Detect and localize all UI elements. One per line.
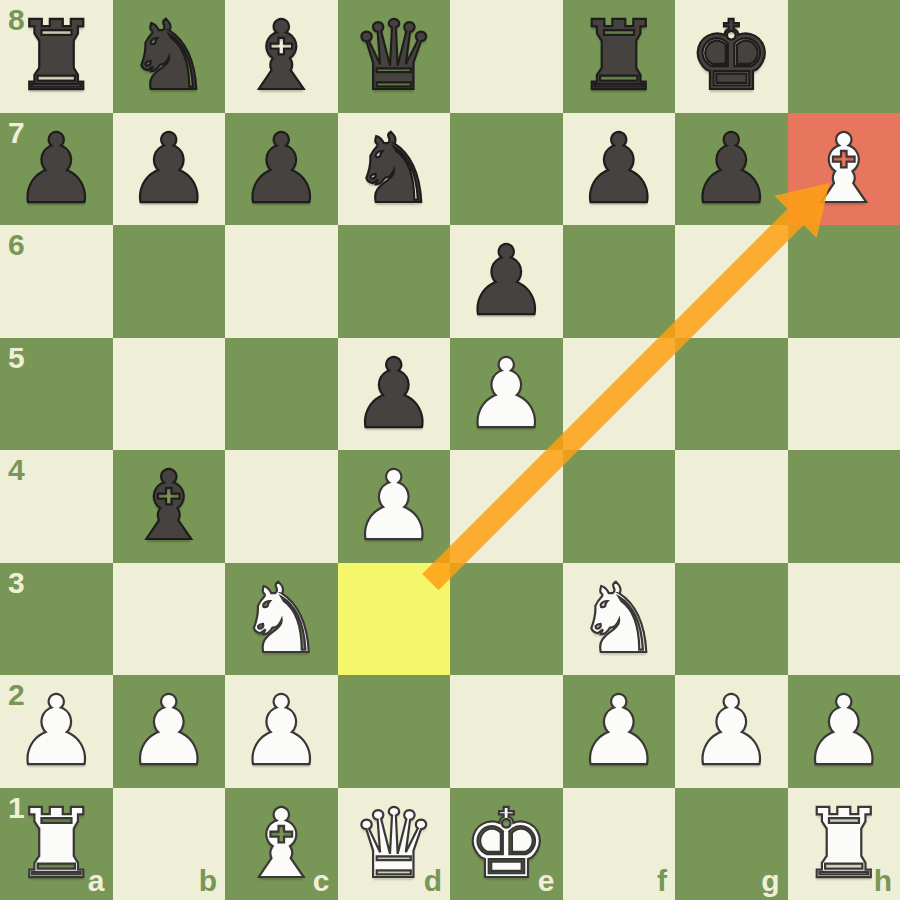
piece-black-king-g8[interactable]: ♚ [688,8,774,104]
square-e1[interactable]: e♚ [450,788,563,900]
square-f8[interactable]: ♜ [563,0,676,113]
square-c5[interactable] [225,338,338,451]
square-d2[interactable] [338,675,451,788]
square-c1[interactable]: c♝ [225,788,338,900]
square-c8[interactable]: ♝ [225,0,338,113]
file-label-a: a [88,864,105,898]
file-label-g: g [761,864,779,898]
square-f1[interactable]: f [563,788,676,900]
piece-black-queen-d8[interactable]: ♛ [351,8,437,104]
square-h7[interactable]: ♝ [788,113,900,226]
square-a1[interactable]: 1a♜ [0,788,113,900]
square-a7[interactable]: 7♟ [0,113,113,226]
square-e5[interactable]: ♟ [450,338,563,451]
piece-black-pawn-b7[interactable]: ♟ [126,121,212,217]
rank-label-3: 3 [8,566,25,600]
piece-white-pawn-a2[interactable]: ♟ [13,683,99,779]
square-a5[interactable]: 5 [0,338,113,451]
chess-board-wrap: 8♜♞♝♛♜♚7♟♟♟♞♟♟♝6♟5♟♟4♝♟3♞♞2♟♟♟♟♟♟1a♜bc♝d… [0,0,900,900]
piece-white-pawn-d4[interactable]: ♟ [351,458,437,554]
piece-white-pawn-h2[interactable]: ♟ [801,683,887,779]
square-h2[interactable]: ♟ [788,675,900,788]
square-d6[interactable] [338,225,451,338]
square-f7[interactable]: ♟ [563,113,676,226]
rank-label-4: 4 [8,453,25,487]
square-e3[interactable] [450,563,563,676]
square-h8[interactable] [788,0,900,113]
square-b5[interactable] [113,338,226,451]
square-c7[interactable]: ♟ [225,113,338,226]
square-d7[interactable]: ♞ [338,113,451,226]
rank-label-5: 5 [8,341,25,375]
piece-white-knight-f3[interactable]: ♞ [576,571,662,667]
piece-black-bishop-c8[interactable]: ♝ [238,8,324,104]
square-f5[interactable] [563,338,676,451]
square-h4[interactable] [788,450,900,563]
piece-white-bishop-h7[interactable]: ♝ [801,121,887,217]
square-f4[interactable] [563,450,676,563]
square-g1[interactable]: g [675,788,788,900]
square-a4[interactable]: 4 [0,450,113,563]
square-f2[interactable]: ♟ [563,675,676,788]
square-c2[interactable]: ♟ [225,675,338,788]
rank-label-8: 8 [8,3,25,37]
square-a2[interactable]: 2♟ [0,675,113,788]
square-g7[interactable]: ♟ [675,113,788,226]
piece-black-rook-a8[interactable]: ♜ [13,8,99,104]
square-b6[interactable] [113,225,226,338]
square-e8[interactable] [450,0,563,113]
square-h1[interactable]: h♜ [788,788,900,900]
square-d1[interactable]: d♛ [338,788,451,900]
file-label-f: f [657,864,667,898]
square-g6[interactable] [675,225,788,338]
piece-black-pawn-f7[interactable]: ♟ [576,121,662,217]
square-h6[interactable] [788,225,900,338]
square-b2[interactable]: ♟ [113,675,226,788]
piece-white-pawn-f2[interactable]: ♟ [576,683,662,779]
square-g5[interactable] [675,338,788,451]
rank-label-1: 1 [8,791,25,825]
square-d4[interactable]: ♟ [338,450,451,563]
square-g2[interactable]: ♟ [675,675,788,788]
square-f6[interactable] [563,225,676,338]
piece-white-bishop-c1[interactable]: ♝ [238,796,324,892]
square-d3[interactable] [338,563,451,676]
piece-black-pawn-g7[interactable]: ♟ [688,121,774,217]
rank-label-2: 2 [8,678,25,712]
square-d5[interactable]: ♟ [338,338,451,451]
piece-white-pawn-e5[interactable]: ♟ [463,346,549,442]
square-e4[interactable] [450,450,563,563]
piece-white-pawn-c2[interactable]: ♟ [238,683,324,779]
piece-black-pawn-a7[interactable]: ♟ [13,121,99,217]
square-e6[interactable]: ♟ [450,225,563,338]
square-c3[interactable]: ♞ [225,563,338,676]
chess-board: 8♜♞♝♛♜♚7♟♟♟♞♟♟♝6♟5♟♟4♝♟3♞♞2♟♟♟♟♟♟1a♜bc♝d… [0,0,900,900]
rank-label-6: 6 [8,228,25,262]
square-d8[interactable]: ♛ [338,0,451,113]
square-g3[interactable] [675,563,788,676]
square-e2[interactable] [450,675,563,788]
square-g8[interactable]: ♚ [675,0,788,113]
square-b3[interactable] [113,563,226,676]
piece-black-pawn-e6[interactable]: ♟ [463,233,549,329]
piece-white-knight-c3[interactable]: ♞ [238,571,324,667]
file-label-e: e [538,864,555,898]
square-a3[interactable]: 3 [0,563,113,676]
piece-black-rook-f8[interactable]: ♜ [576,8,662,104]
piece-black-bishop-b4[interactable]: ♝ [126,458,212,554]
square-b1[interactable]: b [113,788,226,900]
rank-label-7: 7 [8,116,25,150]
piece-white-king-e1[interactable]: ♚ [463,796,549,892]
square-b7[interactable]: ♟ [113,113,226,226]
file-label-b: b [199,864,217,898]
piece-black-knight-b8[interactable]: ♞ [126,8,212,104]
square-b8[interactable]: ♞ [113,0,226,113]
square-h5[interactable] [788,338,900,451]
square-b4[interactable]: ♝ [113,450,226,563]
piece-white-rook-a1[interactable]: ♜ [13,796,99,892]
square-c6[interactable] [225,225,338,338]
square-e7[interactable] [450,113,563,226]
file-label-h: h [874,864,892,898]
piece-white-pawn-g2[interactable]: ♟ [688,683,774,779]
square-g4[interactable] [675,450,788,563]
piece-white-pawn-b2[interactable]: ♟ [126,683,212,779]
piece-black-pawn-c7[interactable]: ♟ [238,121,324,217]
piece-black-pawn-d5[interactable]: ♟ [351,346,437,442]
square-f3[interactable]: ♞ [563,563,676,676]
square-a8[interactable]: 8♜ [0,0,113,113]
piece-black-knight-d7[interactable]: ♞ [351,121,437,217]
file-label-d: d [424,864,442,898]
square-c4[interactable] [225,450,338,563]
square-a6[interactable]: 6 [0,225,113,338]
file-label-c: c [313,864,330,898]
square-h3[interactable] [788,563,900,676]
